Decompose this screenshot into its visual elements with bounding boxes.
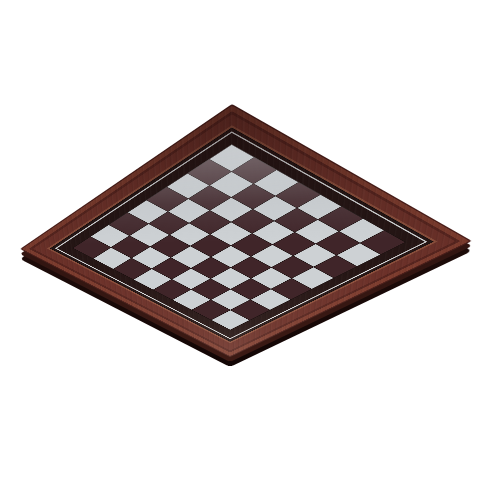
chessboard [20, 104, 472, 357]
product-photo-scene [0, 0, 480, 480]
